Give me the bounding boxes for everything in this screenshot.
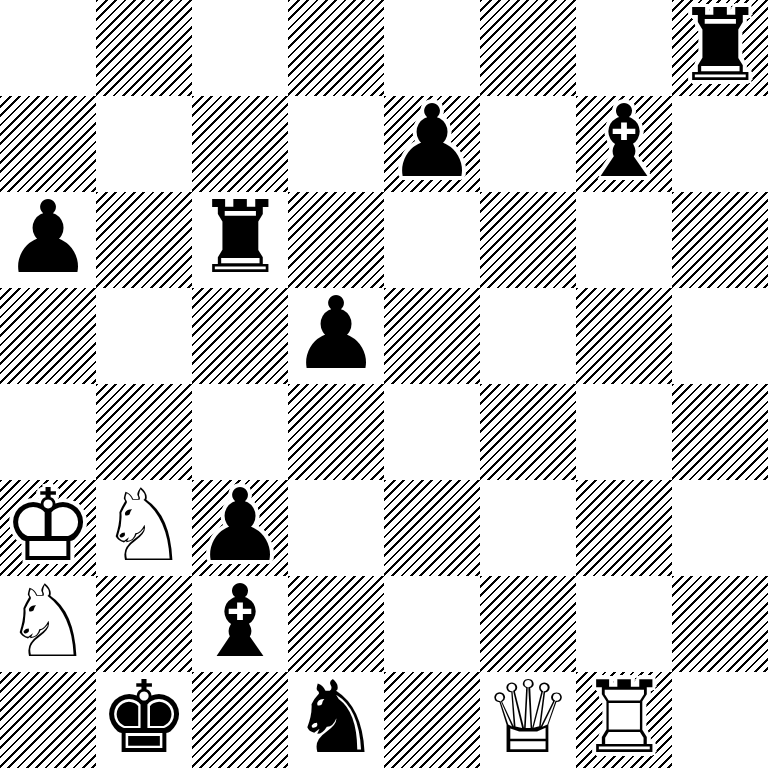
square-f5[interactable] [480,288,576,384]
square-d5[interactable]: ♟ [288,288,384,384]
square-c5[interactable] [192,288,288,384]
square-e7[interactable]: ♟ [384,96,480,192]
square-b7[interactable] [96,96,192,192]
board-wrapper: ♜♟♝♟♜♟♔♘♟♘♝♚♞♕♖ [0,0,768,768]
chess-board: ♜♟♝♟♜♟♔♘♟♘♝♚♞♕♖ [0,0,768,768]
square-a7[interactable] [0,96,96,192]
square-h6[interactable] [672,192,768,288]
square-e1[interactable] [384,672,480,768]
square-c7[interactable] [192,96,288,192]
square-h7[interactable] [672,96,768,192]
square-g5[interactable] [576,288,672,384]
square-a4[interactable] [0,384,96,480]
square-b1[interactable]: ♚ [96,672,192,768]
square-h1[interactable] [672,672,768,768]
square-e8[interactable] [384,0,480,96]
black-knight[interactable]: ♞ [288,672,384,768]
square-f1[interactable]: ♕ [480,672,576,768]
square-a8[interactable] [0,0,96,96]
square-g2[interactable] [576,576,672,672]
square-b6[interactable] [96,192,192,288]
square-e5[interactable] [384,288,480,384]
square-d2[interactable] [288,576,384,672]
square-c4[interactable] [192,384,288,480]
square-e2[interactable] [384,576,480,672]
square-c8[interactable] [192,0,288,96]
square-d6[interactable] [288,192,384,288]
square-a1[interactable] [0,672,96,768]
square-h2[interactable] [672,576,768,672]
square-c2[interactable]: ♝ [192,576,288,672]
square-e4[interactable] [384,384,480,480]
square-d3[interactable] [288,480,384,576]
square-b3[interactable]: ♘ [96,480,192,576]
square-d8[interactable] [288,0,384,96]
square-h5[interactable] [672,288,768,384]
white-king[interactable]: ♔ [0,480,96,576]
square-f6[interactable] [480,192,576,288]
square-a6[interactable]: ♟ [0,192,96,288]
square-g6[interactable] [576,192,672,288]
square-f2[interactable] [480,576,576,672]
black-king[interactable]: ♚ [96,672,192,768]
black-pawn[interactable]: ♟ [384,96,480,192]
square-g4[interactable] [576,384,672,480]
square-h4[interactable] [672,384,768,480]
black-pawn[interactable]: ♟ [192,480,288,576]
square-h8[interactable]: ♜ [672,0,768,96]
square-a5[interactable] [0,288,96,384]
white-rook[interactable]: ♖ [576,672,672,768]
square-b2[interactable] [96,576,192,672]
square-c3[interactable]: ♟ [192,480,288,576]
square-c1[interactable] [192,672,288,768]
square-g1[interactable]: ♖ [576,672,672,768]
black-bishop[interactable]: ♝ [192,576,288,672]
square-f7[interactable] [480,96,576,192]
square-g3[interactable] [576,480,672,576]
square-a3[interactable]: ♔ [0,480,96,576]
square-d1[interactable]: ♞ [288,672,384,768]
square-f4[interactable] [480,384,576,480]
black-rook[interactable]: ♜ [192,192,288,288]
square-c6[interactable]: ♜ [192,192,288,288]
square-h3[interactable] [672,480,768,576]
black-pawn[interactable]: ♟ [288,288,384,384]
square-b8[interactable] [96,0,192,96]
square-g7[interactable]: ♝ [576,96,672,192]
white-knight[interactable]: ♘ [96,480,192,576]
square-d7[interactable] [288,96,384,192]
square-f8[interactable] [480,0,576,96]
black-bishop[interactable]: ♝ [576,96,672,192]
square-a2[interactable]: ♘ [0,576,96,672]
square-g8[interactable] [576,0,672,96]
square-b5[interactable] [96,288,192,384]
square-d4[interactable] [288,384,384,480]
black-pawn[interactable]: ♟ [0,192,96,288]
white-knight[interactable]: ♘ [0,576,96,672]
white-queen[interactable]: ♕ [480,672,576,768]
square-e3[interactable] [384,480,480,576]
black-rook[interactable]: ♜ [672,0,768,96]
square-f3[interactable] [480,480,576,576]
square-e6[interactable] [384,192,480,288]
square-b4[interactable] [96,384,192,480]
